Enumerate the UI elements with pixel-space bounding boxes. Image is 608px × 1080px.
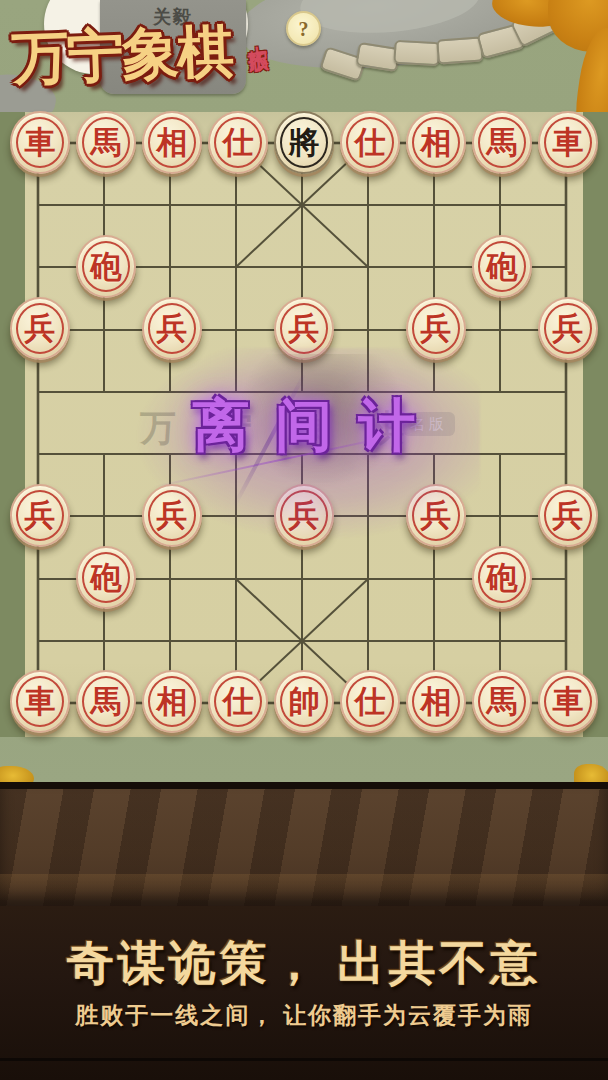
skill-name-banner: 离间计 [0,388,608,465]
piece-glyph: 相 [408,672,464,731]
piece-車[interactable]: 車 [538,670,598,733]
game-logo-title: 万宁象棋 [11,22,253,87]
piece-馬[interactable]: 馬 [472,670,532,733]
piece-glyph: 兵 [540,486,596,545]
piece-相[interactable]: 相 [142,670,202,733]
piece-glyph: 車 [540,672,596,731]
piece-帥[interactable]: 帥 [274,670,334,733]
piece-glyph: 砲 [474,548,530,607]
help-button[interactable]: ? [286,11,321,46]
piece-馬[interactable]: 馬 [76,670,136,733]
piece-仕[interactable]: 仕 [340,670,400,733]
piece-glyph: 馬 [474,672,530,731]
wood-beam-grain [0,874,608,900]
piece-相[interactable]: 相 [406,670,466,733]
piece-glyph: 砲 [78,237,134,296]
piece-glyph: 仕 [210,672,266,731]
piece-glyph: 車 [12,672,68,731]
piece-glyph: 砲 [474,237,530,296]
piece-兵[interactable]: 兵 [10,484,70,547]
piece-仕[interactable]: 仕 [208,670,268,733]
wood-lower-panel: 奇谋诡策， 出其不意 胜败于一线之间， 让你翻手为云覆手为雨 [0,906,608,1080]
piece-glyph: 相 [144,672,200,731]
piece-glyph: 仕 [342,672,398,731]
piece-砲[interactable]: 砲 [472,235,532,298]
app-screen: 万宁象棋 名版 車馬相仕將仕相馬車砲砲兵兵兵兵兵兵兵兵兵兵砲砲車馬相仕帥仕相馬車… [0,0,608,1080]
piece-glyph: 兵 [12,299,68,358]
piece-車[interactable]: 車 [10,670,70,733]
piece-砲[interactable]: 砲 [76,235,136,298]
piece-兵[interactable]: 兵 [10,297,70,360]
piece-glyph: 兵 [12,486,68,545]
game-logo-edition: 大招版 [243,29,271,41]
piece-glyph: 兵 [540,299,596,358]
plank-divider [0,1058,608,1061]
piece-glyph: 馬 [78,672,134,731]
piece-glyph: 帥 [276,672,332,731]
piece-兵[interactable]: 兵 [538,484,598,547]
piece-兵[interactable]: 兵 [538,297,598,360]
piece-砲[interactable]: 砲 [472,546,532,609]
piece-砲[interactable]: 砲 [76,546,136,609]
tagline-sub: 胜败于一线之间， 让你翻手为云覆手为雨 [0,1000,608,1031]
piece-glyph: 砲 [78,548,134,607]
xiangqi-board[interactable]: 万宁象棋 名版 車馬相仕將仕相馬車砲砲兵兵兵兵兵兵兵兵兵兵砲砲車馬相仕帥仕相馬車… [0,112,608,737]
top-hud: ★ 关毅 万宁象棋 大招版 ? [0,0,608,130]
wood-table-footer: 奇谋诡策， 出其不意 胜败于一线之间， 让你翻手为云覆手为雨 [0,782,608,1080]
tagline-main: 奇谋诡策， 出其不意 [0,932,608,995]
